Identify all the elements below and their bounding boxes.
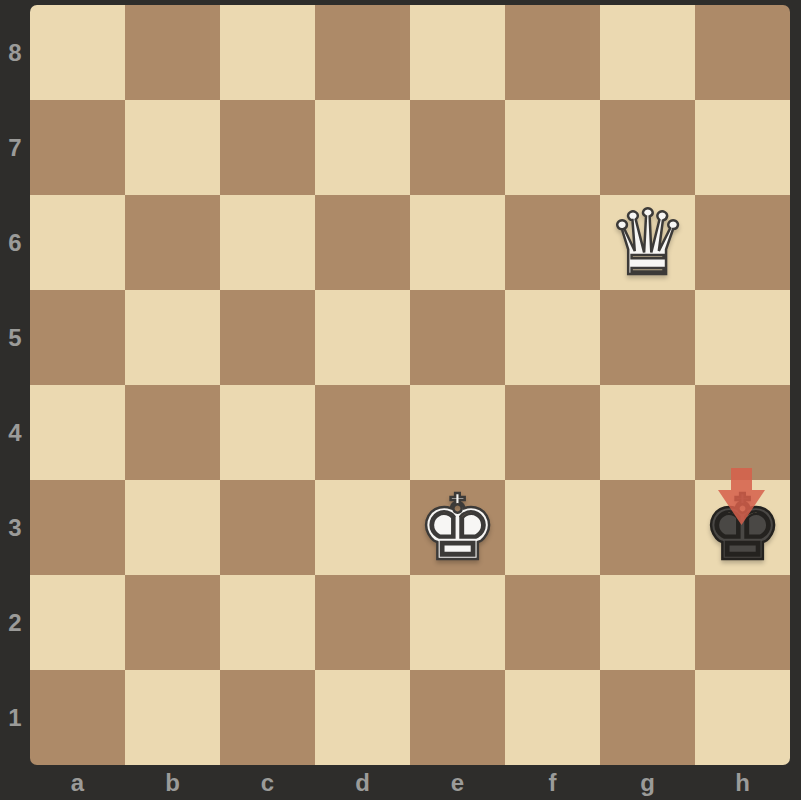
file-label-g: g <box>600 765 695 800</box>
rank-labels: 87654321 <box>0 5 30 765</box>
square-e5[interactable] <box>410 290 505 385</box>
square-d4[interactable] <box>315 385 410 480</box>
square-f3[interactable] <box>505 480 600 575</box>
square-b6[interactable] <box>125 195 220 290</box>
square-d6[interactable] <box>315 195 410 290</box>
square-e6[interactable] <box>410 195 505 290</box>
square-c3[interactable] <box>220 480 315 575</box>
square-e4[interactable] <box>410 385 505 480</box>
square-a8[interactable] <box>30 5 125 100</box>
square-b7[interactable] <box>125 100 220 195</box>
file-label-c: c <box>220 765 315 800</box>
square-h3[interactable]: ♚ <box>695 480 790 575</box>
square-h6[interactable] <box>695 195 790 290</box>
square-f1[interactable] <box>505 670 600 765</box>
rank-label-1: 1 <box>0 670 30 765</box>
square-b2[interactable] <box>125 575 220 670</box>
square-g6[interactable]: ♛ <box>600 195 695 290</box>
square-h8[interactable] <box>695 5 790 100</box>
square-d8[interactable] <box>315 5 410 100</box>
square-b1[interactable] <box>125 670 220 765</box>
square-a4[interactable] <box>30 385 125 480</box>
square-f7[interactable] <box>505 100 600 195</box>
square-c6[interactable] <box>220 195 315 290</box>
rank-label-6: 6 <box>0 195 30 290</box>
square-a2[interactable] <box>30 575 125 670</box>
square-g4[interactable] <box>600 385 695 480</box>
file-label-h: h <box>695 765 790 800</box>
square-h4[interactable] <box>695 385 790 480</box>
square-a1[interactable] <box>30 670 125 765</box>
square-e3[interactable]: ♚ <box>410 480 505 575</box>
file-label-b: b <box>125 765 220 800</box>
square-b4[interactable] <box>125 385 220 480</box>
square-c4[interactable] <box>220 385 315 480</box>
square-b3[interactable] <box>125 480 220 575</box>
file-label-f: f <box>505 765 600 800</box>
square-b8[interactable] <box>125 5 220 100</box>
square-h1[interactable] <box>695 670 790 765</box>
square-c2[interactable] <box>220 575 315 670</box>
square-h5[interactable] <box>695 290 790 385</box>
file-label-e: e <box>410 765 505 800</box>
square-b5[interactable] <box>125 290 220 385</box>
square-g5[interactable] <box>600 290 695 385</box>
square-a3[interactable] <box>30 480 125 575</box>
square-e1[interactable] <box>410 670 505 765</box>
square-c8[interactable] <box>220 5 315 100</box>
rank-label-7: 7 <box>0 100 30 195</box>
square-e2[interactable] <box>410 575 505 670</box>
rank-label-4: 4 <box>0 385 30 480</box>
white-queen-piece[interactable]: ♛ <box>607 195 688 290</box>
rank-label-5: 5 <box>0 290 30 385</box>
square-c7[interactable] <box>220 100 315 195</box>
black-king-piece[interactable]: ♚ <box>702 480 783 575</box>
square-g7[interactable] <box>600 100 695 195</box>
square-e7[interactable] <box>410 100 505 195</box>
square-c5[interactable] <box>220 290 315 385</box>
square-d2[interactable] <box>315 575 410 670</box>
square-d3[interactable] <box>315 480 410 575</box>
square-g8[interactable] <box>600 5 695 100</box>
rank-label-8: 8 <box>0 5 30 100</box>
chess-board: ♛♚♚ <box>30 5 790 765</box>
white-king-piece[interactable]: ♚ <box>417 480 498 575</box>
rank-label-3: 3 <box>0 480 30 575</box>
square-d5[interactable] <box>315 290 410 385</box>
square-h2[interactable] <box>695 575 790 670</box>
square-d7[interactable] <box>315 100 410 195</box>
square-f4[interactable] <box>505 385 600 480</box>
file-label-d: d <box>315 765 410 800</box>
square-f2[interactable] <box>505 575 600 670</box>
square-c1[interactable] <box>220 670 315 765</box>
square-f8[interactable] <box>505 5 600 100</box>
square-g1[interactable] <box>600 670 695 765</box>
square-g2[interactable] <box>600 575 695 670</box>
square-a6[interactable] <box>30 195 125 290</box>
rank-label-2: 2 <box>0 575 30 670</box>
square-f5[interactable] <box>505 290 600 385</box>
square-g3[interactable] <box>600 480 695 575</box>
file-labels: abcdefgh <box>30 765 790 800</box>
square-d1[interactable] <box>315 670 410 765</box>
square-f6[interactable] <box>505 195 600 290</box>
square-h7[interactable] <box>695 100 790 195</box>
square-a5[interactable] <box>30 290 125 385</box>
square-e8[interactable] <box>410 5 505 100</box>
square-a7[interactable] <box>30 100 125 195</box>
file-label-a: a <box>30 765 125 800</box>
